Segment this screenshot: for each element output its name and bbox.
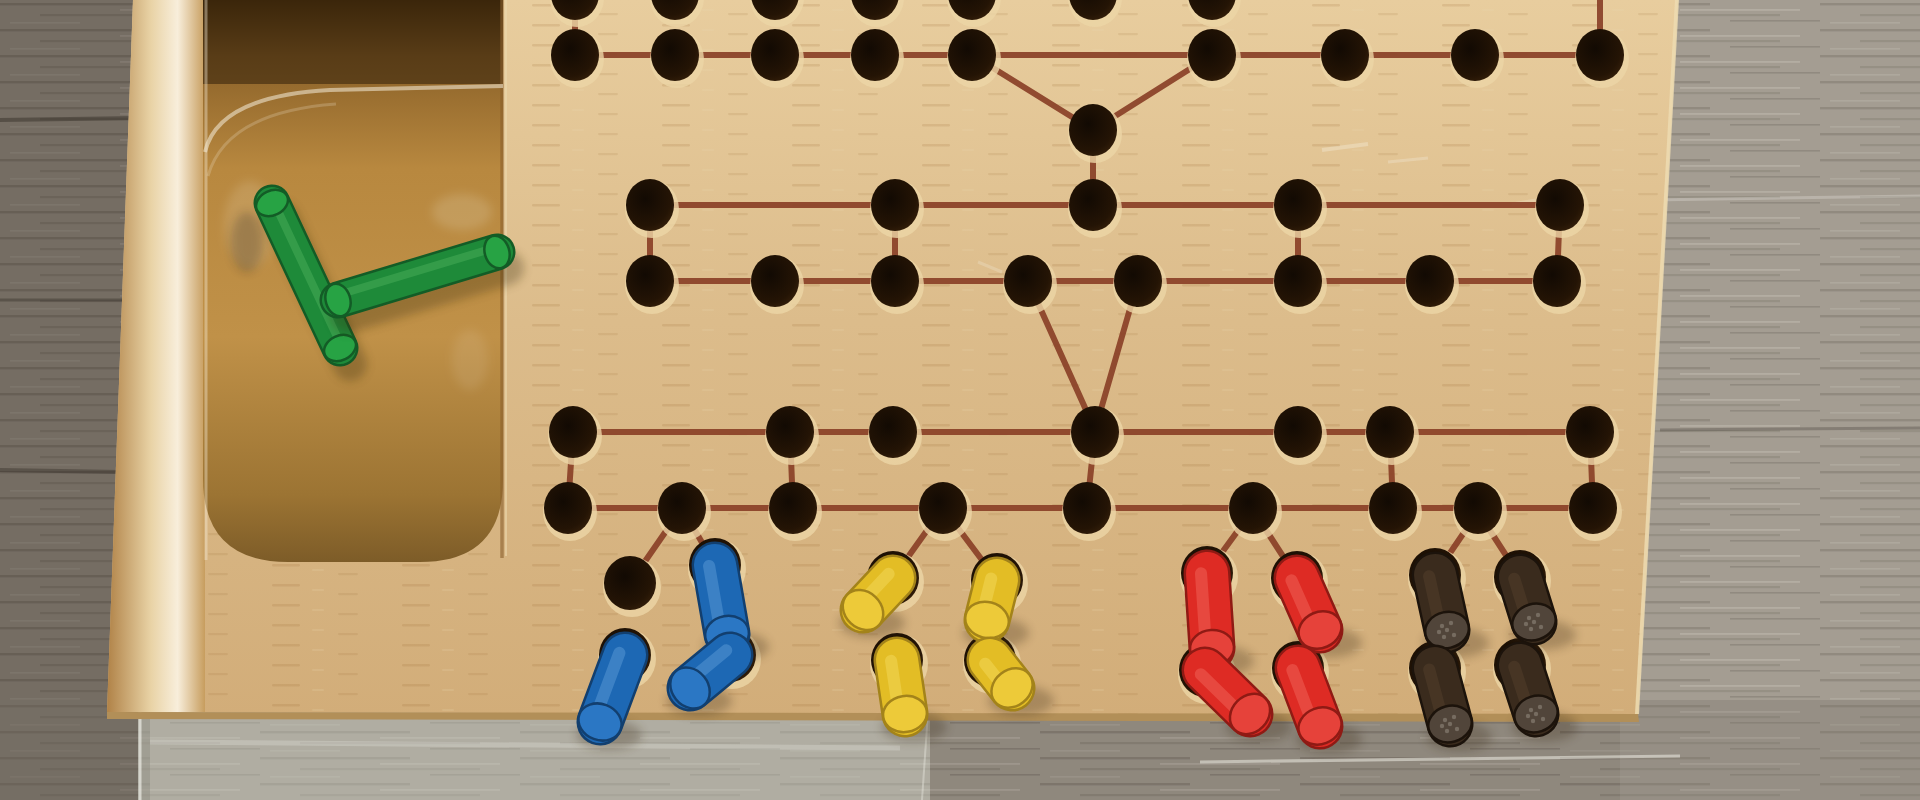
peg-face-speckle (1442, 635, 1446, 639)
hole-mid-0[interactable] (1069, 104, 1117, 156)
photo-scene (0, 0, 1920, 800)
peg-face-speckle (1443, 718, 1447, 722)
hole-r3-1[interactable] (871, 179, 919, 231)
peg-face-speckle (1524, 622, 1528, 626)
hole-r6-7[interactable] (1454, 482, 1502, 534)
hole-r2-7[interactable] (1451, 29, 1499, 81)
hole-r5-2[interactable] (869, 406, 917, 458)
hole-r6-6[interactable] (1369, 482, 1417, 534)
peg-face-speckle (1437, 630, 1441, 634)
peg-face-speckle (1445, 729, 1449, 733)
peg-face-speckle (1445, 628, 1449, 632)
hole-r6-4[interactable] (1063, 482, 1111, 534)
hole-r2-4[interactable] (948, 29, 996, 81)
hole-r6-0[interactable] (544, 482, 592, 534)
hole-r2-3[interactable] (851, 29, 899, 81)
peg-face-speckle (1527, 616, 1531, 620)
malefiz-travel-board-photo (0, 0, 1920, 800)
hole-r5-1[interactable] (766, 406, 814, 458)
peg-face-speckle (1532, 620, 1536, 624)
hole-r4-0[interactable] (626, 255, 674, 307)
hole-r5-4[interactable] (1274, 406, 1322, 458)
peg-face-speckle (1534, 712, 1538, 716)
hole-base-blue-upper-left[interactable] (604, 556, 656, 610)
hole-r6-8[interactable] (1569, 482, 1617, 534)
peg-face-speckle (1526, 714, 1530, 718)
hole-r4-6[interactable] (1406, 255, 1454, 307)
hole-r2-1[interactable] (651, 29, 699, 81)
peg-face-speckle (1536, 613, 1540, 617)
peg-face-speckle (1455, 727, 1459, 731)
hole-r4-5[interactable] (1274, 255, 1322, 307)
hole-r6-2[interactable] (769, 482, 817, 534)
hole-r4-4[interactable] (1114, 255, 1162, 307)
hole-r2-5[interactable] (1188, 29, 1236, 81)
tray-top-shadow (203, 0, 503, 84)
peg-face-speckle (1448, 722, 1452, 726)
peg-face-speckle (1539, 625, 1543, 629)
peg-face-speckle (1541, 717, 1545, 721)
hole-r4-1[interactable] (751, 255, 799, 307)
hole-r6-5[interactable] (1229, 482, 1277, 534)
peg-face-speckle (1452, 633, 1456, 637)
hole-r2-2[interactable] (751, 29, 799, 81)
hole-r2-6[interactable] (1321, 29, 1369, 81)
peg-face-speckle (1538, 705, 1542, 709)
hole-r4-7[interactable] (1533, 255, 1581, 307)
hole-r3-0[interactable] (626, 179, 674, 231)
peg-face-speckle (1449, 621, 1453, 625)
lid-scuff (432, 194, 492, 230)
hole-r4-3[interactable] (1004, 255, 1052, 307)
peg-face-speckle (1529, 708, 1533, 712)
hole-r2-8[interactable] (1576, 29, 1624, 81)
acrylic-lid-protrusion[interactable] (138, 708, 930, 800)
game-board (107, 0, 1678, 754)
peg-face-speckle (1440, 724, 1444, 728)
hole-r3-3[interactable] (1274, 179, 1322, 231)
peg-face-speckle (1529, 627, 1533, 631)
hole-r3-4[interactable] (1536, 179, 1584, 231)
hole-r5-0[interactable] (549, 406, 597, 458)
peg-face-speckle (1452, 715, 1456, 719)
hole-r3-2[interactable] (1069, 179, 1117, 231)
peg-face-speckle (1531, 719, 1535, 723)
hole-r4-2[interactable] (871, 255, 919, 307)
hole-r6-3[interactable] (919, 482, 967, 534)
hole-r5-3[interactable] (1071, 406, 1119, 458)
hole-r5-5[interactable] (1366, 406, 1414, 458)
peg-face-speckle (1440, 624, 1444, 628)
hole-r2-0[interactable] (551, 29, 599, 81)
lid-scuff (452, 330, 488, 390)
hole-r5-6[interactable] (1566, 406, 1614, 458)
hole-r6-1[interactable] (658, 482, 706, 534)
